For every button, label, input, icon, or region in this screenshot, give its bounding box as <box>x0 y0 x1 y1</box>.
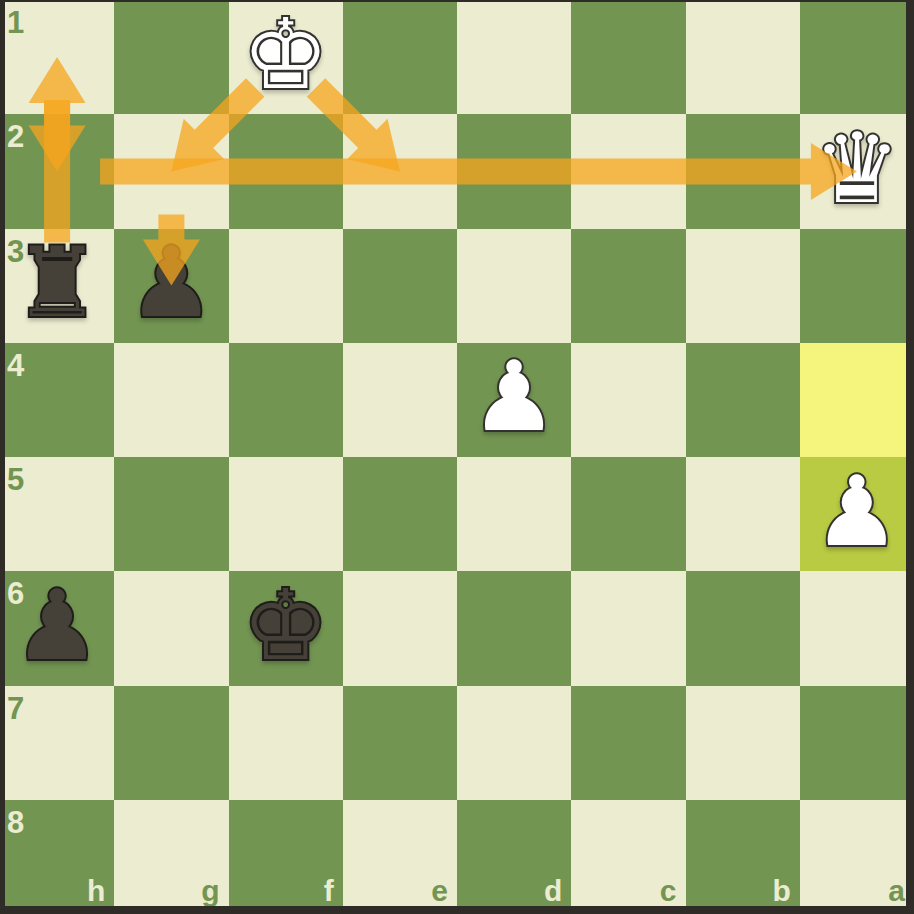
black-rook-h3[interactable]: ♜ <box>0 229 114 343</box>
piece-glyph: ♜ <box>14 234 101 331</box>
square-d8[interactable]: d <box>457 800 571 914</box>
square-c1[interactable] <box>571 0 685 114</box>
board-squares: 12345678hgfedcba <box>0 0 914 914</box>
square-d7[interactable] <box>457 686 571 800</box>
square-d6[interactable] <box>457 571 571 685</box>
rank-label-4: 4 <box>7 350 24 381</box>
square-h1[interactable]: 1 <box>0 0 114 114</box>
rank-label-1: 1 <box>7 7 24 38</box>
file-label-c: c <box>660 876 677 906</box>
rank-label-5: 5 <box>7 464 24 495</box>
square-a1[interactable] <box>800 0 914 114</box>
file-label-e: e <box>431 876 448 906</box>
piece-glyph: ♟ <box>471 348 558 445</box>
square-d3[interactable] <box>457 229 571 343</box>
square-a7[interactable] <box>800 686 914 800</box>
square-b4[interactable] <box>686 343 800 457</box>
square-d1[interactable] <box>457 0 571 114</box>
square-e3[interactable] <box>343 229 457 343</box>
square-f5[interactable] <box>229 457 343 571</box>
piece-glyph: ♚ <box>242 577 329 674</box>
square-f2[interactable] <box>229 114 343 228</box>
piece-glyph: ♟ <box>128 234 215 331</box>
file-label-d: d <box>544 876 562 906</box>
rank-label-2: 2 <box>7 121 24 152</box>
piece-glyph: ♟ <box>14 577 101 674</box>
chess-board: 12345678hgfedcba ♚♛♜♟♟♟♟♚ <box>0 0 914 914</box>
square-g7[interactable] <box>114 686 228 800</box>
square-h7[interactable]: 7 <box>0 686 114 800</box>
white-queen-a2[interactable]: ♛ <box>800 114 914 228</box>
piece-glyph: ♚ <box>242 6 329 103</box>
black-pawn-h6[interactable]: ♟ <box>0 571 114 685</box>
square-e6[interactable] <box>343 571 457 685</box>
square-h4[interactable]: 4 <box>0 343 114 457</box>
square-c3[interactable] <box>571 229 685 343</box>
black-king-f6[interactable]: ♚ <box>229 571 343 685</box>
white-king-f1[interactable]: ♚ <box>229 0 343 114</box>
square-g2[interactable] <box>114 114 228 228</box>
square-f4[interactable] <box>229 343 343 457</box>
black-pawn-g3[interactable]: ♟ <box>114 229 228 343</box>
square-f3[interactable] <box>229 229 343 343</box>
square-g6[interactable] <box>114 571 228 685</box>
square-f8[interactable]: f <box>229 800 343 914</box>
file-label-g: g <box>201 876 219 906</box>
square-g8[interactable]: g <box>114 800 228 914</box>
square-e7[interactable] <box>343 686 457 800</box>
square-e4[interactable] <box>343 343 457 457</box>
square-f7[interactable] <box>229 686 343 800</box>
file-label-b: b <box>772 876 790 906</box>
square-a4[interactable] <box>800 343 914 457</box>
square-b7[interactable] <box>686 686 800 800</box>
piece-glyph: ♟ <box>813 463 900 560</box>
square-h5[interactable]: 5 <box>0 457 114 571</box>
square-g5[interactable] <box>114 457 228 571</box>
square-b5[interactable] <box>686 457 800 571</box>
square-c4[interactable] <box>571 343 685 457</box>
square-a3[interactable] <box>800 229 914 343</box>
square-b2[interactable] <box>686 114 800 228</box>
square-e2[interactable] <box>343 114 457 228</box>
rank-label-8: 8 <box>7 807 24 838</box>
square-b3[interactable] <box>686 229 800 343</box>
square-g4[interactable] <box>114 343 228 457</box>
square-b1[interactable] <box>686 0 800 114</box>
square-c7[interactable] <box>571 686 685 800</box>
square-g1[interactable] <box>114 0 228 114</box>
piece-glyph: ♛ <box>813 120 900 217</box>
square-c6[interactable] <box>571 571 685 685</box>
file-label-f: f <box>324 876 334 906</box>
square-c2[interactable] <box>571 114 685 228</box>
square-h2[interactable]: 2 <box>0 114 114 228</box>
white-pawn-d4[interactable]: ♟ <box>457 343 571 457</box>
file-label-a: a <box>888 876 905 906</box>
square-e1[interactable] <box>343 0 457 114</box>
square-h8[interactable]: 8h <box>0 800 114 914</box>
square-c8[interactable]: c <box>571 800 685 914</box>
rank-label-7: 7 <box>7 693 24 724</box>
square-e8[interactable]: e <box>343 800 457 914</box>
file-label-h: h <box>87 876 105 906</box>
square-d5[interactable] <box>457 457 571 571</box>
square-d2[interactable] <box>457 114 571 228</box>
square-a6[interactable] <box>800 571 914 685</box>
square-e5[interactable] <box>343 457 457 571</box>
square-b6[interactable] <box>686 571 800 685</box>
square-a8[interactable]: a <box>800 800 914 914</box>
square-b8[interactable]: b <box>686 800 800 914</box>
white-pawn-a5[interactable]: ♟ <box>800 457 914 571</box>
square-c5[interactable] <box>571 457 685 571</box>
